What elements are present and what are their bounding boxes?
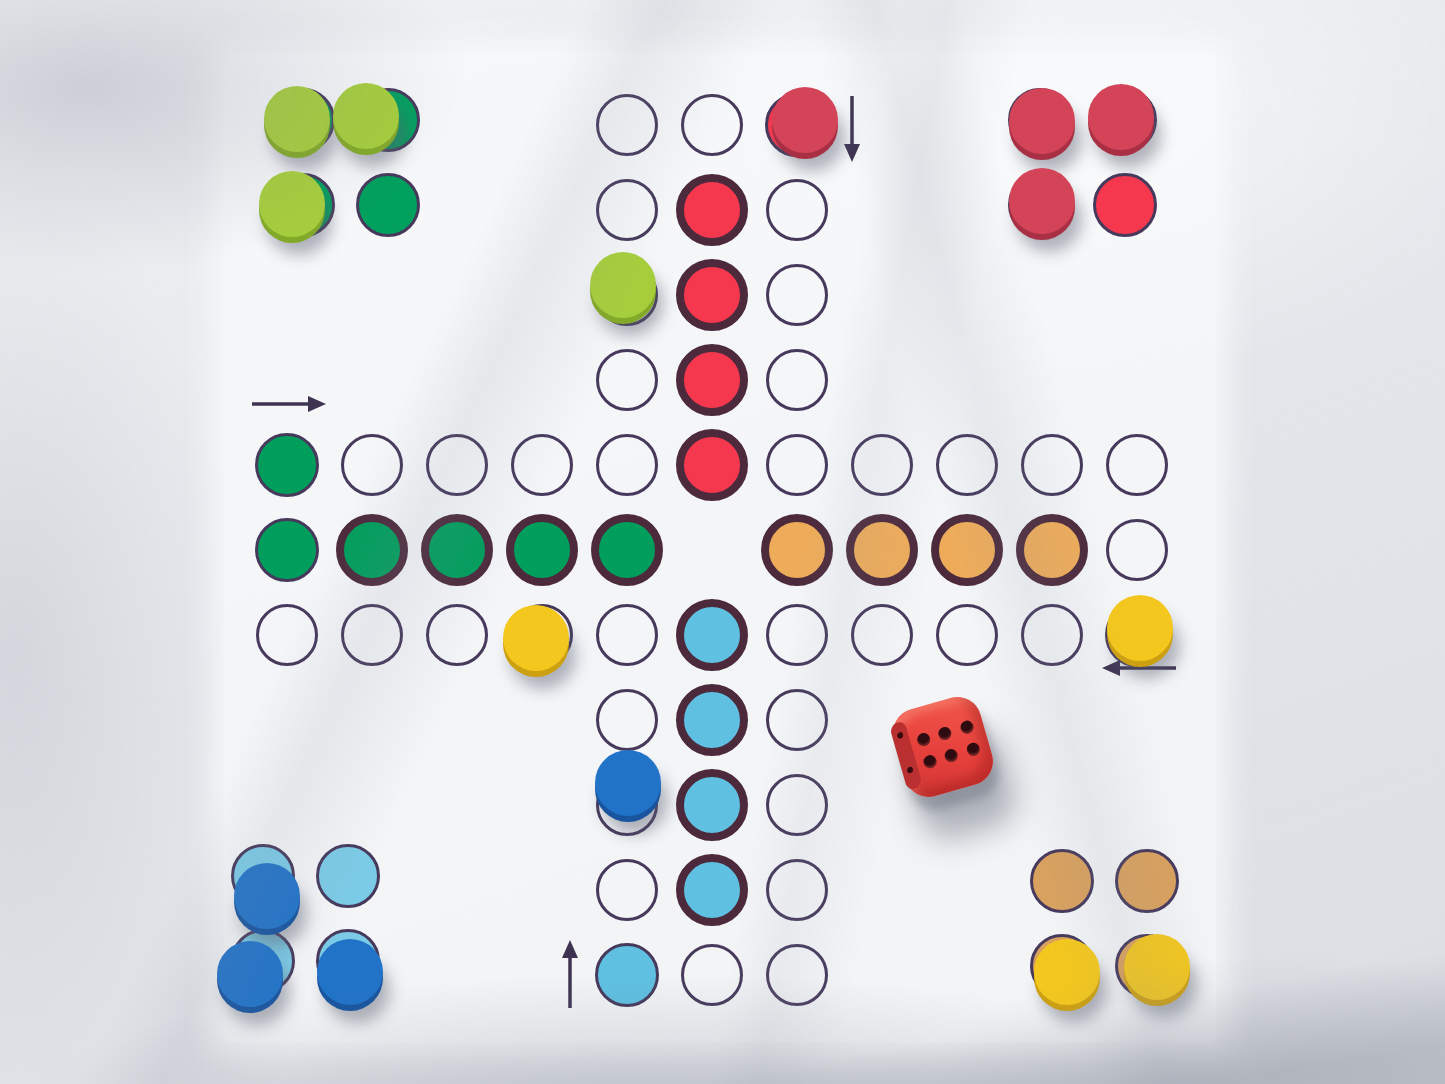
piece-green-4[interactable] (590, 258, 656, 324)
piece-blue-2[interactable] (217, 947, 283, 1013)
die-pip (944, 747, 960, 763)
piece-yellow-4[interactable] (1107, 601, 1173, 667)
green-direction-arrow-icon (248, 390, 328, 418)
base-green-circle-3[interactable] (356, 173, 420, 237)
die-pip (965, 741, 981, 757)
blue-direction-arrow-icon (556, 934, 584, 1012)
piece-red-3[interactable] (1009, 174, 1075, 240)
base-yellow-circle-1[interactable] (1115, 849, 1179, 913)
die-pip (937, 725, 953, 741)
piece-yellow-3[interactable] (503, 611, 569, 677)
die-pip (959, 719, 975, 735)
base-red-circle-3[interactable] (1093, 173, 1157, 237)
base-blue-circle-1[interactable] (316, 844, 380, 908)
piece-blue-1[interactable] (234, 869, 300, 935)
die-top-face (913, 715, 985, 774)
piece-blue-4[interactable] (595, 756, 661, 822)
piece-red-4[interactable] (772, 93, 838, 159)
piece-red-1[interactable] (1009, 94, 1075, 160)
piece-yellow-1[interactable] (1034, 945, 1100, 1011)
die-pip (922, 754, 938, 770)
piece-blue-3[interactable] (317, 945, 383, 1011)
piece-green-1[interactable] (264, 92, 330, 158)
die[interactable] (887, 691, 998, 802)
piece-green-3[interactable] (259, 177, 325, 243)
pieces-layer (0, 0, 1445, 1084)
table-cloth (0, 0, 1445, 1084)
piece-yellow-2[interactable] (1124, 940, 1190, 1006)
piece-red-2[interactable] (1088, 90, 1154, 156)
die-pip (915, 732, 931, 748)
piece-green-2[interactable] (333, 89, 399, 155)
base-yellow-circle-0[interactable] (1030, 849, 1094, 913)
red-direction-arrow-icon (838, 92, 866, 164)
